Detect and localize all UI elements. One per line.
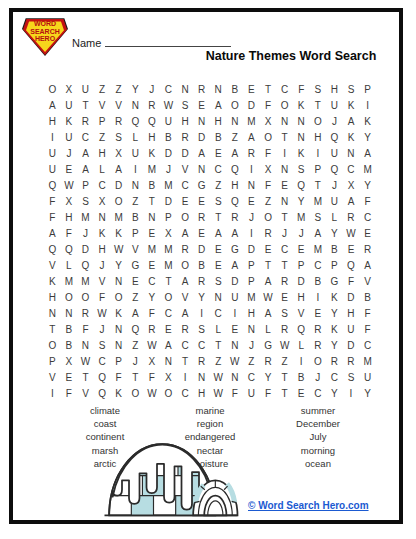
grid-cell-r20c10: H <box>193 385 210 401</box>
grid-cell-r11c10: D <box>193 241 210 257</box>
grid-cell-r19c7: F <box>144 369 161 385</box>
grid-cell-r13c19: F <box>343 273 360 289</box>
grid-cell-r10c6: P <box>127 225 144 241</box>
grid-cell-r13c10: R <box>193 273 210 289</box>
word-list-item: climate <box>57 404 153 417</box>
grid-cell-r19c11: W <box>210 369 227 385</box>
grid-cell-r9c12: R <box>227 209 244 225</box>
grid-cell-r7c14: F <box>260 177 277 193</box>
grid-cell-r2c10: E <box>193 97 210 113</box>
grid-cell-r17c9: C <box>177 337 194 353</box>
page-title: Nature Themes Word Search <box>200 49 382 63</box>
grid-cell-r11c1: Q <box>44 241 61 257</box>
grid-cell-r9c3: M <box>77 209 94 225</box>
grid-cell-r6c7: M <box>144 161 161 177</box>
grid-cell-r14c17: I <box>310 289 327 305</box>
grid-cell-r4c1: I <box>44 129 61 145</box>
grid-cell-r8c6: Z <box>127 193 144 209</box>
grid-cell-r7c7: B <box>144 177 161 193</box>
grid-cell-r9c7: N <box>144 209 161 225</box>
grid-cell-r10c20: E <box>359 225 376 241</box>
grid-cell-r9c6: B <box>127 209 144 225</box>
grid-cell-r8c20: F <box>359 193 376 209</box>
grid-cell-r13c11: S <box>210 273 227 289</box>
grid-cell-r6c3: A <box>77 161 94 177</box>
grid-cell-r5c8: D <box>160 145 177 161</box>
grid-cell-r4c18: Q <box>326 129 343 145</box>
grid-cell-r15c3: R <box>77 305 94 321</box>
grid-cell-r4c3: C <box>77 129 94 145</box>
grid-cell-r20c16: E <box>293 385 310 401</box>
grid-cell-r20c19: I <box>343 385 360 401</box>
grid-cell-r1c20: P <box>359 81 376 97</box>
grid-cell-r8c2: X <box>61 193 78 209</box>
grid-cell-r2c7: R <box>144 97 161 113</box>
grid-cell-r18c9: T <box>177 353 194 369</box>
grid-cell-r7c17: T <box>310 177 327 193</box>
grid-cell-r11c12: G <box>227 241 244 257</box>
grid-cell-r18c6: J <box>127 353 144 369</box>
grid-cell-r1c4: Z <box>94 81 111 97</box>
grid-cell-r19c16: B <box>293 369 310 385</box>
grid-cell-r13c15: R <box>276 273 293 289</box>
logo-text: WORD SEARCH HERO <box>22 19 68 43</box>
grid-cell-r1c5: Z <box>110 81 127 97</box>
grid-cell-r11c13: D <box>243 241 260 257</box>
grid-cell-r15c9: A <box>177 305 194 321</box>
grid-cell-r5c1: U <box>44 145 61 161</box>
word-list-item: marine <box>162 404 258 417</box>
grid-cell-r4c5: S <box>110 129 127 145</box>
grid-cell-r4c13: A <box>243 129 260 145</box>
grid-cell-r11c4: H <box>94 241 111 257</box>
grid-cell-r10c8: X <box>160 225 177 241</box>
grid-cell-r12c9: O <box>177 257 194 273</box>
grid-cell-r20c9: C <box>177 385 194 401</box>
grid-cell-r14c12: U <box>227 289 244 305</box>
grid-cell-r19c18: C <box>326 369 343 385</box>
grid-cell-r3c8: U <box>160 113 177 129</box>
grid-cell-r16c10: S <box>193 321 210 337</box>
grid-cell-r7c5: D <box>110 177 127 193</box>
grid-cell-r10c3: J <box>77 225 94 241</box>
grid-cell-r13c17: B <box>310 273 327 289</box>
grid-cell-r15c10: I <box>193 305 210 321</box>
grid-cell-r18c7: X <box>144 353 161 369</box>
grid-cell-r8c18: U <box>326 193 343 209</box>
grid-cell-r15c12: I <box>227 305 244 321</box>
grid-cell-r18c17: O <box>310 353 327 369</box>
grid-cell-r5c12: A <box>227 145 244 161</box>
grid-cell-r1c14: T <box>260 81 277 97</box>
grid-cell-r5c14: F <box>260 145 277 161</box>
grid-cell-r20c18: Y <box>326 385 343 401</box>
grid-cell-r4c9: R <box>177 129 194 145</box>
grid-cell-r5c10: A <box>193 145 210 161</box>
word-list-item: December <box>270 417 366 430</box>
grid-cell-r3c9: H <box>177 113 194 129</box>
grid-cell-r1c7: J <box>144 81 161 97</box>
grid-cell-r11c7: M <box>144 241 161 257</box>
grid-cell-r2c6: N <box>127 97 144 113</box>
grid-cell-r14c5: O <box>110 289 127 305</box>
grid-cell-r13c6: E <box>127 273 144 289</box>
grid-cell-r18c10: R <box>193 353 210 369</box>
grid-cell-r8c12: Q <box>227 193 244 209</box>
grid-cell-r19c12: N <box>227 369 244 385</box>
grid-cell-r4c7: H <box>144 129 161 145</box>
grid-cell-r2c16: K <box>293 97 310 113</box>
grid-cell-r12c19: Q <box>343 257 360 273</box>
grid-cell-r11c17: M <box>310 241 327 257</box>
grid-cell-r8c11: S <box>210 193 227 209</box>
grid-cell-r16c12: E <box>227 321 244 337</box>
grid-cell-r4c16: N <box>293 129 310 145</box>
grid-cell-r13c20: V <box>359 273 376 289</box>
grid-cell-r5c3: A <box>77 145 94 161</box>
grid-cell-r11c15: C <box>276 241 293 257</box>
grid-cell-r7c9: C <box>177 177 194 193</box>
grid-cell-r13c2: M <box>61 273 78 289</box>
grid-cell-r5c11: E <box>210 145 227 161</box>
grid-cell-r16c5: N <box>110 321 127 337</box>
grid-cell-r18c18: R <box>326 353 343 369</box>
grid-cell-r12c15: T <box>276 257 293 273</box>
grid-cell-r16c7: R <box>144 321 161 337</box>
grid-cell-r4c4: Z <box>94 129 111 145</box>
grid-cell-r15c2: N <box>61 305 78 321</box>
grid-cell-r6c14: X <box>260 161 277 177</box>
grid-cell-r13c18: G <box>326 273 343 289</box>
grid-cell-r17c15: W <box>276 337 293 353</box>
grid-cell-r10c17: A <box>310 225 327 241</box>
grid-cell-r10c18: Y <box>326 225 343 241</box>
grid-cell-r9c1: F <box>44 209 61 225</box>
grid-cell-r17c7: W <box>144 337 161 353</box>
grid-cell-r10c16: J <box>293 225 310 241</box>
grid-cell-r2c1: A <box>44 97 61 113</box>
grid-cell-r10c13: I <box>243 225 260 241</box>
grid-cell-r17c6: Z <box>127 337 144 353</box>
grid-cell-r1c12: B <box>227 81 244 97</box>
word-list-column-3: summerDecemberJulymorningocean <box>270 404 366 470</box>
grid-cell-r6c13: I <box>243 161 260 177</box>
grid-cell-r1c3: U <box>77 81 94 97</box>
grid-cell-r19c5: F <box>110 369 127 385</box>
grid-cell-r16c14: L <box>260 321 277 337</box>
grid-cell-r20c6: O <box>127 385 144 401</box>
grid-cell-r14c20: B <box>359 289 376 305</box>
grid-cell-r3c15: N <box>276 113 293 129</box>
grid-cell-r7c11: Z <box>210 177 227 193</box>
grid-cell-r2c4: V <box>94 97 111 113</box>
grid-cell-r15c15: S <box>276 305 293 321</box>
grid-cell-r18c16: I <box>293 353 310 369</box>
grid-cell-r13c12: D <box>227 273 244 289</box>
grid-cell-r7c15: E <box>276 177 293 193</box>
grid-cell-r19c2: E <box>61 369 78 385</box>
grid-cell-r11c5: W <box>110 241 127 257</box>
grid-cell-r15c1: N <box>44 305 61 321</box>
grid-cell-r6c12: Q <box>227 161 244 177</box>
grid-cell-r15c18: Y <box>326 305 343 321</box>
grid-cell-r19c19: S <box>343 369 360 385</box>
grid-cell-r3c14: X <box>260 113 277 129</box>
grid-cell-r7c4: C <box>94 177 111 193</box>
grid-cell-r3c19: A <box>343 113 360 129</box>
grid-cell-r14c9: V <box>177 289 194 305</box>
grid-cell-r1c16: F <box>293 81 310 97</box>
grid-cell-r12c4: J <box>94 257 111 273</box>
grid-cell-r4c6: L <box>127 129 144 145</box>
grid-cell-r14c8: O <box>160 289 177 305</box>
grid-cell-r12c8: M <box>160 257 177 273</box>
grid-cell-r10c2: F <box>61 225 78 241</box>
igloo-illustration <box>101 437 241 519</box>
grid-cell-r8c13: E <box>243 193 260 209</box>
grid-cell-r10c4: K <box>94 225 111 241</box>
grid-cell-r1c11: N <box>210 81 227 97</box>
grid-cell-r14c1: H <box>44 289 61 305</box>
grid-cell-r1c1: O <box>44 81 61 97</box>
grid-cell-r2c13: D <box>243 97 260 113</box>
grid-cell-r14c18: K <box>326 289 343 305</box>
grid-cell-r19c20: U <box>359 369 376 385</box>
grid-cell-r3c20: K <box>359 113 376 129</box>
grid-cell-r3c18: J <box>326 113 343 129</box>
grid-cell-r20c5: K <box>110 385 127 401</box>
grid-cell-r20c15: T <box>276 385 293 401</box>
grid-cell-r13c1: K <box>44 273 61 289</box>
grid-cell-r6c5: A <box>110 161 127 177</box>
grid-cell-r2c20: I <box>359 97 376 113</box>
grid-cell-r8c16: Y <box>293 193 310 209</box>
grid-cell-r8c7: T <box>144 193 161 209</box>
word-list-item: July <box>270 430 366 443</box>
grid-cell-r8c14: Z <box>260 193 277 209</box>
name-label: Name <box>72 37 101 49</box>
grid-cell-r11c20: R <box>359 241 376 257</box>
grid-cell-r17c13: J <box>243 337 260 353</box>
grid-cell-r3c12: N <box>227 113 244 129</box>
grid-cell-r12c20: A <box>359 257 376 273</box>
grid-cell-r12c10: B <box>193 257 210 273</box>
grid-cell-r13c4: V <box>94 273 111 289</box>
grid-cell-r2c5: V <box>110 97 127 113</box>
grid-cell-r3c16: N <box>293 113 310 129</box>
grid-cell-r3c10: N <box>193 113 210 129</box>
grid-cell-r16c3: F <box>77 321 94 337</box>
grid-cell-r7c6: N <box>127 177 144 193</box>
grid-cell-r11c2: Q <box>61 241 78 257</box>
grid-cell-r17c5: N <box>110 337 127 353</box>
grid-cell-r3c1: H <box>44 113 61 129</box>
grid-cell-r7c12: H <box>227 177 244 193</box>
word-list-item: coast <box>57 417 153 430</box>
grid-cell-r3c11: H <box>210 113 227 129</box>
grid-cell-r8c19: A <box>343 193 360 209</box>
grid-cell-r12c12: A <box>227 257 244 273</box>
grid-cell-r20c8: O <box>160 385 177 401</box>
grid-cell-r16c2: B <box>61 321 78 337</box>
grid-cell-r19c14: Y <box>260 369 277 385</box>
grid-cell-r20c13: U <box>243 385 260 401</box>
grid-cell-r4c17: H <box>310 129 327 145</box>
grid-cell-r20c2: F <box>61 385 78 401</box>
grid-cell-r9c13: J <box>243 209 260 225</box>
grid-cell-r9c5: M <box>110 209 127 225</box>
grid-cell-r18c14: R <box>260 353 277 369</box>
grid-cell-r11c18: B <box>326 241 343 257</box>
grid-cell-r4c15: T <box>276 129 293 145</box>
grid-cell-r7c20: Y <box>359 177 376 193</box>
grid-cell-r13c16: D <box>293 273 310 289</box>
grid-cell-r17c10: C <box>193 337 210 353</box>
word-search-grid: OXUZZYJCNRNBETCFSHSPAUTVVNRWSEAODFOKTUKI… <box>44 81 376 401</box>
grid-cell-r12c16: P <box>293 257 310 273</box>
grid-cell-r19c8: X <box>160 369 177 385</box>
grid-cell-r7c16: Q <box>293 177 310 193</box>
word-list-item: region <box>162 417 258 430</box>
grid-cell-r18c11: Z <box>210 353 227 369</box>
grid-cell-r16c15: R <box>276 321 293 337</box>
word-search-hero-link[interactable]: © Word Search Hero.com <box>248 500 369 511</box>
grid-cell-r12c13: P <box>243 257 260 273</box>
grid-cell-r19c13: C <box>243 369 260 385</box>
grid-cell-r5c9: D <box>177 145 194 161</box>
grid-cell-r14c2: O <box>61 289 78 305</box>
grid-cell-r11c14: E <box>260 241 277 257</box>
grid-cell-r7c19: X <box>343 177 360 193</box>
grid-cell-r18c20: M <box>359 353 376 369</box>
word-list-item: summer <box>270 404 366 417</box>
grid-cell-r14c14: W <box>260 289 277 305</box>
grid-cell-r11c9: R <box>177 241 194 257</box>
grid-cell-r16c11: L <box>210 321 227 337</box>
grid-cell-r2c14: F <box>260 97 277 113</box>
grid-cell-r13c13: P <box>243 273 260 289</box>
grid-cell-r6c2: E <box>61 161 78 177</box>
grid-cell-r1c15: C <box>276 81 293 97</box>
grid-cell-r12c14: T <box>260 257 277 273</box>
grid-cell-r16c8: E <box>160 321 177 337</box>
grid-cell-r17c16: L <box>293 337 310 353</box>
grid-cell-r8c3: S <box>77 193 94 209</box>
grid-cell-r16c20: F <box>359 321 376 337</box>
grid-cell-r9c10: R <box>193 209 210 225</box>
grid-cell-r4c14: O <box>260 129 277 145</box>
grid-cell-r5c2: J <box>61 145 78 161</box>
grid-cell-r9c16: M <box>293 209 310 225</box>
grid-cell-r9c19: R <box>343 209 360 225</box>
grid-cell-r12c2: L <box>61 257 78 273</box>
grid-cell-r7c1: Q <box>44 177 61 193</box>
grid-cell-r6c9: V <box>177 161 194 177</box>
grid-cell-r9c4: N <box>94 209 111 225</box>
grid-cell-r2c12: O <box>227 97 244 113</box>
grid-cell-r5c6: U <box>127 145 144 161</box>
grid-cell-r4c19: K <box>343 129 360 145</box>
grid-cell-r3c2: K <box>61 113 78 129</box>
grid-cell-r3c3: R <box>77 113 94 129</box>
grid-cell-r19c9: I <box>177 369 194 385</box>
grid-cell-r5c19: N <box>343 145 360 161</box>
grid-cell-r18c13: Z <box>243 353 260 369</box>
word-list-item: ocean <box>270 457 366 470</box>
grid-cell-r16c9: R <box>177 321 194 337</box>
grid-cell-r8c4: X <box>94 193 111 209</box>
grid-cell-r4c2: U <box>61 129 78 145</box>
grid-cell-r16c17: R <box>310 321 327 337</box>
grid-cell-r14c10: Y <box>193 289 210 305</box>
grid-cell-r7c10: G <box>193 177 210 193</box>
grid-cell-r18c19: R <box>343 353 360 369</box>
grid-cell-r15c4: W <box>94 305 111 321</box>
grid-cell-r14c16: H <box>293 289 310 305</box>
grid-cell-r14c15: E <box>276 289 293 305</box>
grid-cell-r10c1: A <box>44 225 61 241</box>
grid-cell-r15c13: H <box>243 305 260 321</box>
grid-cell-r17c18: Y <box>326 337 343 353</box>
grid-cell-r1c18: H <box>326 81 343 97</box>
grid-cell-r1c17: S <box>310 81 327 97</box>
grid-cell-r9c11: T <box>210 209 227 225</box>
grid-cell-r18c3: W <box>77 353 94 369</box>
grid-cell-r15c20: F <box>359 305 376 321</box>
grid-cell-r13c8: T <box>160 273 177 289</box>
grid-cell-r15c19: H <box>343 305 360 321</box>
grid-cell-r14c11: N <box>210 289 227 305</box>
grid-cell-r10c19: W <box>343 225 360 241</box>
grid-cell-r9c20: C <box>359 209 376 225</box>
grid-cell-r19c1: V <box>44 369 61 385</box>
grid-cell-r16c13: N <box>243 321 260 337</box>
grid-cell-r14c3: O <box>77 289 94 305</box>
grid-cell-r18c4: C <box>94 353 111 369</box>
grid-cell-r20c12: F <box>227 385 244 401</box>
grid-cell-r3c5: R <box>110 113 127 129</box>
grid-cell-r5c5: X <box>110 145 127 161</box>
grid-cell-r15c17: E <box>310 305 327 321</box>
word-search-hero-logo-icon: WORD SEARCH HERO <box>22 14 68 56</box>
grid-cell-r19c10: N <box>193 369 210 385</box>
grid-cell-r6c17: P <box>310 161 327 177</box>
grid-cell-r20c20: Y <box>359 385 376 401</box>
name-blank-line[interactable] <box>105 34 231 47</box>
grid-cell-r19c3: T <box>77 369 94 385</box>
grid-cell-r5c16: K <box>293 145 310 161</box>
grid-cell-r17c19: D <box>343 337 360 353</box>
grid-cell-r11c6: V <box>127 241 144 257</box>
grid-cell-r9c9: O <box>177 209 194 225</box>
grid-cell-r10c12: A <box>227 225 244 241</box>
grid-cell-r4c20: Y <box>359 129 376 145</box>
grid-cell-r6c6: I <box>127 161 144 177</box>
grid-cell-r5c7: K <box>144 145 161 161</box>
grid-cell-r20c1: I <box>44 385 61 401</box>
name-row: Name <box>72 34 231 49</box>
grid-cell-r20c14: F <box>260 385 277 401</box>
grid-cell-r15c16: V <box>293 305 310 321</box>
grid-cell-r11c8: M <box>160 241 177 257</box>
grid-cell-r15c5: K <box>110 305 127 321</box>
grid-cell-r16c4: J <box>94 321 111 337</box>
grid-cell-r7c3: P <box>77 177 94 193</box>
grid-cell-r16c16: Q <box>293 321 310 337</box>
grid-cell-r17c3: N <box>77 337 94 353</box>
grid-cell-r1c6: Y <box>127 81 144 97</box>
grid-cell-r9c2: H <box>61 209 78 225</box>
